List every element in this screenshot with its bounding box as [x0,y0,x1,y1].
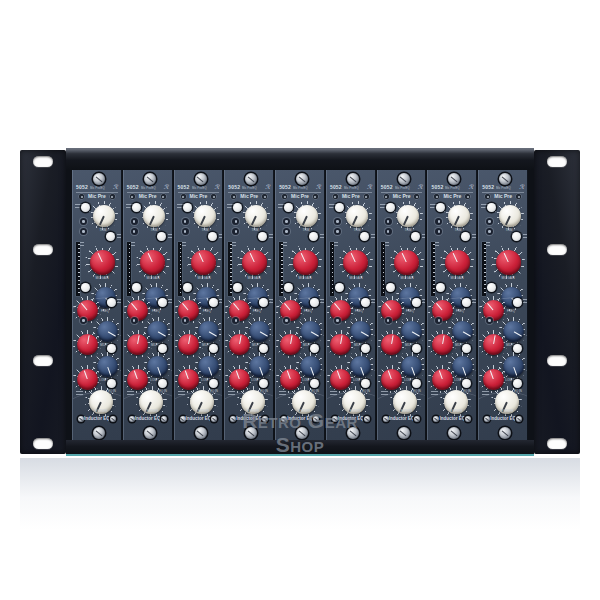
rack-mount-hole [547,355,567,366]
trim-knob [448,205,470,227]
module-model: 5052 [228,184,240,190]
level-meter [127,242,131,296]
toggle-button [80,228,87,235]
rack-mount-hole [33,244,53,255]
table-reflection [20,458,580,530]
toggle-button [182,228,189,235]
module-model: 5052 [178,184,190,190]
mounting-screw-icon [448,173,460,185]
micro-label [422,299,427,304]
push-button [183,203,192,212]
push-button [158,298,167,307]
preamp-module: 5052 Mic Pre/EQ ℛ Mic Pre TRIM MIC GAIN … [72,170,122,440]
toggle-button [385,228,392,235]
level-meter [431,242,435,296]
brand-signature-icon: ℛ [113,183,118,190]
toggle-button [385,317,392,324]
micro-label [523,299,528,304]
eq-gain-knob-hi [77,300,98,321]
mic-gain-label: MIC GAIN [497,276,519,280]
module-subtitle: Mic Pre/EQ [293,186,308,190]
toggle-button [435,228,442,235]
module-model: 5052 [279,184,291,190]
mic-gain-knob [445,250,470,275]
preamp-module: 5052 Mic Pre/EQ ℛ Mic Pre TRIM MIC GAIN … [123,170,173,440]
module-model: 5052 [381,184,393,190]
toggle-button [486,228,493,235]
brand-signature-icon: ℛ [265,183,270,190]
toggle-button [232,228,239,235]
micro-label [371,234,376,239]
mounting-screw-icon [144,173,156,185]
panel-screw-icon [516,416,522,422]
mounting-screw-icon [499,173,511,185]
toggle-button [283,218,290,225]
push-button [411,232,420,241]
push-button [436,283,445,292]
rack-top-rail [66,148,534,171]
push-button [132,203,141,212]
push-button [512,232,521,241]
push-button [513,379,522,388]
push-button [309,232,318,241]
panel-screw-icon [110,416,116,422]
mounting-screw-icon [398,173,410,185]
push-button [158,379,167,388]
toggle-button [182,218,189,225]
mounting-screw-icon [296,173,308,185]
preamp-module: 5052 Mic Pre/EQ ℛ Mic Pre TRIM MIC GAIN … [174,170,224,440]
module-subtitle: Mic Pre/EQ [496,186,511,190]
push-button [258,232,267,241]
push-button [284,283,293,292]
level-meter [76,242,80,296]
mounting-screw-icon [347,173,359,185]
brand-signature-icon: ℛ [316,183,321,190]
mic-gain-knob [140,250,165,275]
xlr-icon [364,194,369,199]
mic-gain-knob [293,250,318,275]
module-subtitle: Mic Pre/EQ [192,186,207,190]
mic-gain-knob [394,250,419,275]
toggle-button [486,218,493,225]
push-button [107,379,116,388]
eq-gain-knob-mid [432,334,453,355]
mounting-screw-icon [499,427,511,439]
micro-label [219,234,224,239]
push-button [106,232,115,241]
brand-signature-icon: ℛ [418,183,423,190]
preamp-module: 5052 Mic Pre/EQ ℛ Mic Pre TRIM MIC GAIN … [326,170,376,440]
eq-gain-knob-mid [381,334,402,355]
rack-mount-hole [547,438,567,449]
mic-gain-label: MIC GAIN [447,276,469,280]
trim-knob [397,205,419,227]
micro-label [168,299,173,304]
brand-signature-icon: ℛ [215,183,220,190]
mounting-screw-icon [93,173,105,185]
module-subtitle: Mic Pre/EQ [90,186,105,190]
micro-label [219,299,224,304]
micro-label [320,234,325,239]
preamp-module: 5052 Mic Pre/EQ ℛ Mic Pre TRIM MIC GAIN … [275,170,325,440]
push-button [386,203,395,212]
rack-mount-hole [547,244,567,255]
texture-label: TEXTURE [90,409,112,413]
module-model: 5052 [482,184,494,190]
toggle-button [131,317,138,324]
module-row: 5052 Mic Pre/EQ ℛ Mic Pre TRIM MIC GAIN … [66,170,534,440]
eq-gain-knob-hi [127,300,148,321]
push-button [360,232,369,241]
preamp-module: 5052 Mic Pre/EQ ℛ Mic Pre TRIM MIC GAIN … [224,170,274,440]
preamp-module: 5052 Mic Pre/EQ ℛ Mic Pre TRIM MIC GAIN … [377,170,427,440]
push-button [209,379,218,388]
texture-label: TEXTURE [496,409,518,413]
mic-gain-label: MIC GAIN [91,276,113,280]
toggle-button [334,228,341,235]
xlr-icon [161,194,166,199]
module-subtitle: Mic Pre/EQ [445,186,460,190]
push-button [335,283,344,292]
trim-knob [499,205,521,227]
module-subtitle: Mic Pre/EQ [395,186,410,190]
push-button [157,232,166,241]
push-button [386,283,395,292]
eq-gain-knob-mid [77,334,98,355]
mounting-screw-icon [195,173,207,185]
toggle-button [232,218,239,225]
module-subtitle: Mic Pre/EQ [344,186,359,190]
mounting-screw-icon [195,427,207,439]
push-button [361,298,370,307]
trim-knob [296,205,318,227]
texture-label: TEXTURE [192,409,214,413]
push-button [461,232,470,241]
push-button [81,283,90,292]
push-button [183,283,192,292]
rack-mount-hole [547,156,567,167]
push-button [209,298,218,307]
mic-gain-label: MIC GAIN [142,276,164,280]
level-meter [330,242,334,296]
trim-knob [143,205,165,227]
texture-label: TEXTURE [446,409,468,413]
micro-label [117,234,122,239]
eq-gain-knob-mid [483,334,504,355]
push-button [310,379,319,388]
rack-mount-hole [33,156,53,167]
toggle-button [334,218,341,225]
micro-label [523,234,528,239]
mic-gain-knob [343,250,368,275]
preamp-module: 5052 Mic Pre/EQ ℛ Mic Pre TRIM MIC GAIN … [427,170,477,440]
module-model: 5052 [330,184,342,190]
xlr-icon [313,194,318,199]
mounting-screw-icon [93,427,105,439]
brand-signature-icon: ℛ [519,183,524,190]
push-button [107,298,116,307]
level-meter [381,242,385,296]
push-button [412,379,421,388]
micro-label [320,299,325,304]
eq-gain-knob-mid [127,334,148,355]
micro-label [269,234,274,239]
toggle-button [385,218,392,225]
trim-knob [93,205,115,227]
eq-gain-knob-hi [330,300,351,321]
preamp-module: 5052 Mic Pre/EQ ℛ Mic Pre TRIM MIC GAIN … [478,170,528,440]
micro-label [472,299,477,304]
toggle-button [131,218,138,225]
micro-label [269,299,274,304]
push-button [259,379,268,388]
toggle-button [182,317,189,324]
mounting-screw-icon [144,427,156,439]
push-button [487,283,496,292]
trim-knob [194,205,216,227]
rack-ear-right [534,150,580,454]
brand-signature-icon: ℛ [164,183,169,190]
module-subtitle: Mic Pre/EQ [141,186,156,190]
push-button [132,283,141,292]
product-photo: 5052 Mic Pre/EQ ℛ Mic Pre TRIM MIC GAIN … [0,0,600,600]
brand-signature-icon: ℛ [367,183,372,190]
mic-gain-knob [191,250,216,275]
micro-label [371,299,376,304]
micro-label [168,234,173,239]
mic-gain-knob [90,250,115,275]
trim-knob [346,205,368,227]
push-button [208,232,217,241]
toggle-button [435,218,442,225]
mounting-screw-icon [448,427,460,439]
micro-label [117,299,122,304]
toggle-button [131,228,138,235]
brand-signature-icon: ℛ [468,183,473,190]
module-model: 5052 [127,184,139,190]
rack-ear-left [20,150,66,454]
push-button [412,298,421,307]
mic-gain-label: MIC GAIN [244,276,266,280]
texture-label: TEXTURE [395,409,417,413]
mounting-screw-icon [245,173,257,185]
eq-gain-knob-mid [178,334,199,355]
toggle-button [334,317,341,324]
module-subtitle: Mic Pre/EQ [242,186,257,190]
eq-gain-knob-mid [330,334,351,355]
watermark-text: Retro Gear Shop [221,409,379,457]
rack-mount-hole [33,438,53,449]
level-meter [228,242,232,296]
level-meter [178,242,182,296]
push-button [233,283,242,292]
eq-gain-knob-mid [280,334,301,355]
trim-knob [245,205,267,227]
level-meter [279,242,283,296]
mic-gain-knob [496,250,521,275]
level-meter [482,242,486,296]
module-model: 5052 [431,184,443,190]
panel-screw-icon [161,416,167,422]
module-model: 5052 [76,184,88,190]
eq-gain-knob-hi [381,300,402,321]
micro-label [472,234,477,239]
mic-gain-label: MIC GAIN [345,276,367,280]
toggle-button [80,218,87,225]
push-button [361,379,370,388]
xlr-icon [110,194,115,199]
micro-label [422,234,427,239]
eq-gain-knob-mid [229,334,250,355]
mic-gain-knob [242,250,267,275]
xlr-icon [516,194,521,199]
mic-gain-label: MIC GAIN [294,276,316,280]
rack-mount-hole [33,355,53,366]
toggle-button [80,317,87,324]
eq-gain-knob-hi [178,300,199,321]
push-button [462,379,471,388]
mounting-screw-icon [398,427,410,439]
texture-label: TEXTURE [141,409,163,413]
mic-gain-label: MIC GAIN [396,276,418,280]
mic-gain-label: MIC GAIN [193,276,215,280]
toggle-button [283,228,290,235]
